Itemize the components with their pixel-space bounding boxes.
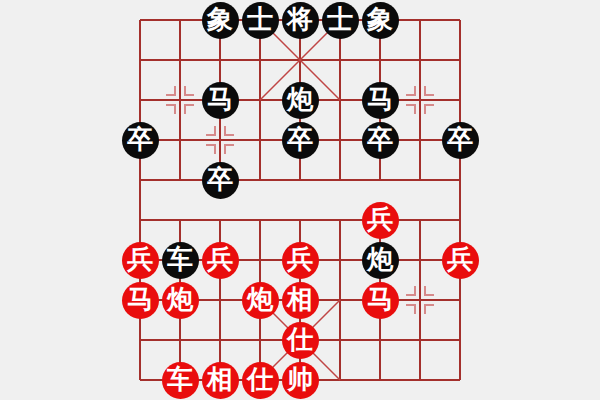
black-advisor[interactable]: 士 <box>242 2 279 39</box>
black-horse[interactable]: 马 <box>202 82 239 119</box>
red-soldier[interactable]: 兵 <box>442 242 479 279</box>
red-soldier[interactable]: 兵 <box>362 202 399 239</box>
red-advisor[interactable]: 仕 <box>242 362 279 399</box>
red-soldier[interactable]: 兵 <box>202 242 239 279</box>
black-soldier[interactable]: 卒 <box>442 122 479 159</box>
red-cannon[interactable]: 炮 <box>162 282 199 319</box>
black-chariot[interactable]: 车 <box>162 242 199 279</box>
red-elephant[interactable]: 相 <box>282 282 319 319</box>
red-horse[interactable]: 马 <box>362 282 399 319</box>
black-soldier[interactable]: 卒 <box>122 122 159 159</box>
black-advisor[interactable]: 士 <box>322 2 359 39</box>
black-cannon[interactable]: 炮 <box>282 82 319 119</box>
xiangqi-board: 象士将士象马炮马卒卒卒卒卒车炮兵兵兵兵兵马炮炮相马仕车相仕帅 <box>120 0 480 400</box>
red-horse[interactable]: 马 <box>122 282 159 319</box>
red-general[interactable]: 帅 <box>282 362 319 399</box>
black-elephant[interactable]: 象 <box>202 2 239 39</box>
black-cannon[interactable]: 炮 <box>362 242 399 279</box>
xiangqi-screen: 象士将士象马炮马卒卒卒卒卒车炮兵兵兵兵兵马炮炮相马仕车相仕帅 <box>0 0 600 400</box>
black-elephant[interactable]: 象 <box>362 2 399 39</box>
black-soldier[interactable]: 卒 <box>202 162 239 199</box>
black-horse[interactable]: 马 <box>362 82 399 119</box>
black-soldier[interactable]: 卒 <box>362 122 399 159</box>
red-advisor[interactable]: 仕 <box>282 322 319 359</box>
black-soldier[interactable]: 卒 <box>282 122 319 159</box>
red-soldier[interactable]: 兵 <box>282 242 319 279</box>
red-chariot[interactable]: 车 <box>162 362 199 399</box>
black-general[interactable]: 将 <box>282 2 319 39</box>
red-cannon[interactable]: 炮 <box>242 282 279 319</box>
red-soldier[interactable]: 兵 <box>122 242 159 279</box>
red-elephant[interactable]: 相 <box>202 362 239 399</box>
